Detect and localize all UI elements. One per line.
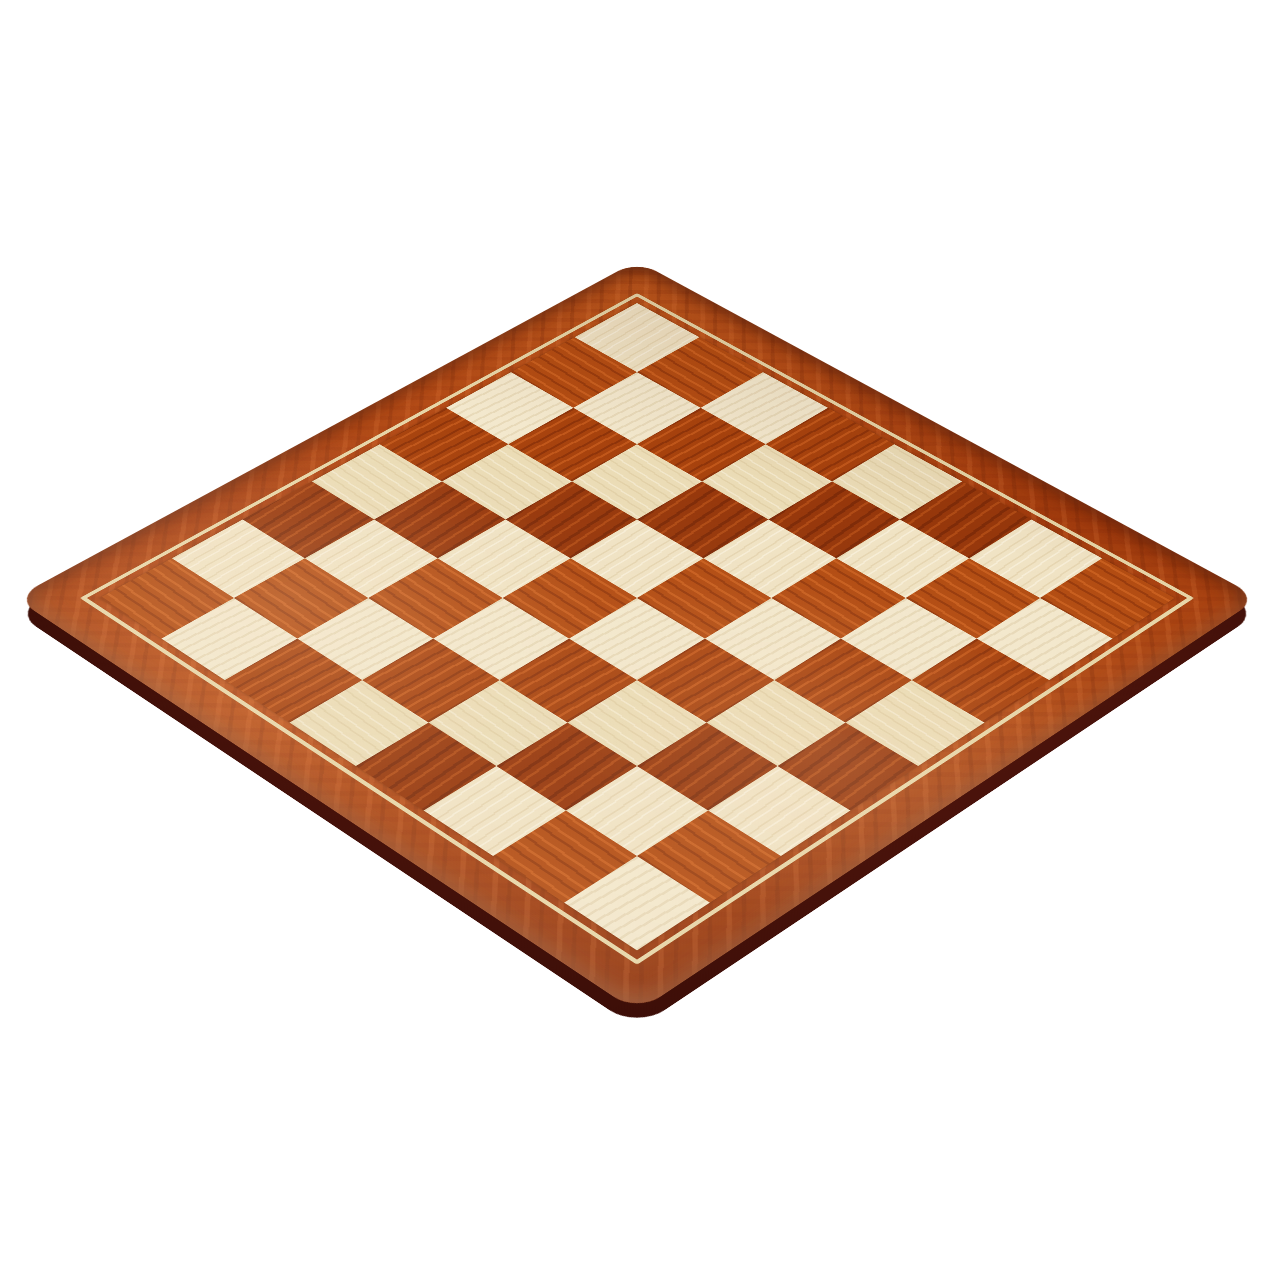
board-square-g2	[566, 766, 708, 856]
board-square-d1	[290, 680, 429, 766]
board-square-g4	[706, 680, 845, 766]
board-square-h3	[708, 766, 850, 856]
product-photo-scene	[0, 0, 1280, 1280]
board-square-g3	[637, 723, 778, 811]
board-square-d3	[433, 598, 569, 680]
board-square-c2	[297, 598, 433, 680]
board-square-d2	[362, 639, 499, 723]
board-square-h6	[912, 639, 1049, 723]
board-square-f3	[568, 680, 707, 766]
board-square-h4	[778, 723, 919, 811]
board-square-e3	[500, 639, 637, 723]
board-square-e1	[356, 723, 497, 811]
board-square-g5	[774, 639, 911, 723]
board-square-g1	[493, 811, 637, 903]
board-square-f4	[637, 639, 774, 723]
board-square-f5	[705, 598, 841, 680]
board-square-h5	[845, 680, 984, 766]
board-square-g6	[841, 598, 977, 680]
chess-board	[15, 261, 1260, 1013]
board-square-h2	[637, 811, 781, 903]
board-square-h7	[977, 598, 1113, 680]
board-square-e2	[429, 680, 568, 766]
board-square-f2	[496, 723, 637, 811]
board-surface	[15, 261, 1260, 1013]
board-square-e4	[569, 598, 705, 680]
board-field	[100, 303, 1175, 950]
board-square-c1	[225, 639, 362, 723]
board-square-b1	[162, 598, 298, 680]
board-square-f1	[424, 766, 566, 856]
board-square-h1	[564, 856, 710, 950]
